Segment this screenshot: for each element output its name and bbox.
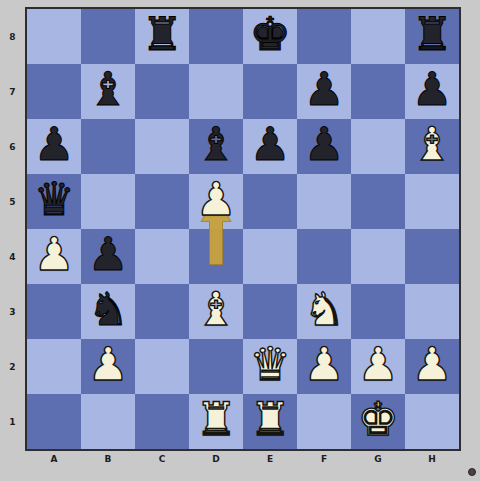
square-c7[interactable] <box>135 64 189 119</box>
square-g2[interactable]: ♟ <box>351 339 405 394</box>
piece-black-pawn[interactable]: ♟ <box>27 117 81 172</box>
chess-board: ♜♚♜♝♟♟♟♝♟♟♝♛♟♟♟♞♝♞♟♛♟♟♟♜♜♚ <box>25 7 461 451</box>
file-label-f: F <box>297 451 351 467</box>
piece-black-queen[interactable]: ♛ <box>27 172 81 227</box>
piece-black-bishop[interactable]: ♝ <box>189 117 243 172</box>
square-b6[interactable] <box>81 119 135 174</box>
piece-black-pawn[interactable]: ♟ <box>81 227 135 282</box>
board-grid: ♜♚♜♝♟♟♟♝♟♟♝♛♟♟♟♞♝♞♟♛♟♟♟♜♜♚ <box>27 9 459 449</box>
square-b4[interactable]: ♟ <box>81 229 135 284</box>
square-f3[interactable]: ♞ <box>297 284 351 339</box>
square-h2[interactable]: ♟ <box>405 339 459 394</box>
square-c3[interactable] <box>135 284 189 339</box>
file-label-a: A <box>27 451 81 467</box>
piece-white-knight[interactable]: ♞ <box>297 282 351 337</box>
square-g1[interactable]: ♚ <box>351 394 405 449</box>
square-d5[interactable]: ♟ <box>189 174 243 229</box>
square-b3[interactable]: ♞ <box>81 284 135 339</box>
square-d2[interactable] <box>189 339 243 394</box>
piece-white-rook[interactable]: ♜ <box>189 392 243 447</box>
square-g8[interactable] <box>351 9 405 64</box>
piece-white-queen[interactable]: ♛ <box>243 337 297 392</box>
square-h5[interactable] <box>405 174 459 229</box>
square-b5[interactable] <box>81 174 135 229</box>
file-label-d: D <box>189 451 243 467</box>
square-h6[interactable]: ♝ <box>405 119 459 174</box>
piece-black-pawn[interactable]: ♟ <box>405 62 459 117</box>
square-h7[interactable]: ♟ <box>405 64 459 119</box>
square-g5[interactable] <box>351 174 405 229</box>
square-f8[interactable] <box>297 9 351 64</box>
square-e7[interactable] <box>243 64 297 119</box>
file-labels: ABCDEFGH <box>27 451 459 467</box>
square-e1[interactable]: ♜ <box>243 394 297 449</box>
square-b2[interactable]: ♟ <box>81 339 135 394</box>
piece-white-bishop[interactable]: ♝ <box>405 117 459 172</box>
rank-label-4: 4 <box>0 229 25 284</box>
rank-label-5: 5 <box>0 174 25 229</box>
square-a8[interactable] <box>27 9 81 64</box>
square-e2[interactable]: ♛ <box>243 339 297 394</box>
square-c6[interactable] <box>135 119 189 174</box>
square-a1[interactable] <box>27 394 81 449</box>
square-f6[interactable]: ♟ <box>297 119 351 174</box>
file-label-e: E <box>243 451 297 467</box>
square-d1[interactable]: ♜ <box>189 394 243 449</box>
piece-black-pawn[interactable]: ♟ <box>297 117 351 172</box>
square-g4[interactable] <box>351 229 405 284</box>
square-e5[interactable] <box>243 174 297 229</box>
piece-black-rook[interactable]: ♜ <box>135 7 189 62</box>
piece-white-pawn[interactable]: ♟ <box>405 337 459 392</box>
file-label-g: G <box>351 451 405 467</box>
file-label-c: C <box>135 451 189 467</box>
rank-label-7: 7 <box>0 64 25 119</box>
square-b8[interactable] <box>81 9 135 64</box>
piece-black-pawn[interactable]: ♟ <box>297 62 351 117</box>
square-d4[interactable] <box>189 229 243 284</box>
square-f1[interactable] <box>297 394 351 449</box>
chess-app-window: 87654321 ♜♚♜♝♟♟♟♝♟♟♝♛♟♟♟♞♝♞♟♛♟♟♟♜♜♚ ABCD… <box>0 0 480 481</box>
square-e3[interactable] <box>243 284 297 339</box>
square-a7[interactable] <box>27 64 81 119</box>
rank-label-8: 8 <box>0 9 25 64</box>
square-h3[interactable] <box>405 284 459 339</box>
piece-black-pawn[interactable]: ♟ <box>243 117 297 172</box>
rank-label-6: 6 <box>0 119 25 174</box>
square-a3[interactable] <box>27 284 81 339</box>
piece-black-bishop[interactable]: ♝ <box>81 62 135 117</box>
square-a2[interactable] <box>27 339 81 394</box>
square-e6[interactable]: ♟ <box>243 119 297 174</box>
square-f4[interactable] <box>297 229 351 284</box>
square-a5[interactable]: ♛ <box>27 174 81 229</box>
square-f7[interactable]: ♟ <box>297 64 351 119</box>
square-c4[interactable] <box>135 229 189 284</box>
square-d7[interactable] <box>189 64 243 119</box>
rank-label-1: 1 <box>0 394 25 449</box>
piece-white-king[interactable]: ♚ <box>351 392 405 447</box>
corner-dot-icon <box>468 468 476 476</box>
piece-black-rook[interactable]: ♜ <box>405 7 459 62</box>
piece-white-pawn[interactable]: ♟ <box>297 337 351 392</box>
square-b7[interactable]: ♝ <box>81 64 135 119</box>
square-c1[interactable] <box>135 394 189 449</box>
file-label-h: H <box>405 451 459 467</box>
rank-label-2: 2 <box>0 339 25 394</box>
piece-white-rook[interactable]: ♜ <box>243 392 297 447</box>
piece-white-pawn[interactable]: ♟ <box>351 337 405 392</box>
piece-white-pawn[interactable]: ♟ <box>81 337 135 392</box>
piece-black-king[interactable]: ♚ <box>243 7 297 62</box>
rank-label-3: 3 <box>0 284 25 339</box>
square-g3[interactable] <box>351 284 405 339</box>
square-e8[interactable]: ♚ <box>243 9 297 64</box>
square-d6[interactable]: ♝ <box>189 119 243 174</box>
piece-white-pawn[interactable]: ♟ <box>189 172 243 227</box>
square-d3[interactable]: ♝ <box>189 284 243 339</box>
piece-white-pawn[interactable]: ♟ <box>27 227 81 282</box>
square-g7[interactable] <box>351 64 405 119</box>
piece-white-bishop[interactable]: ♝ <box>189 282 243 337</box>
square-e4[interactable] <box>243 229 297 284</box>
square-f5[interactable] <box>297 174 351 229</box>
square-c5[interactable] <box>135 174 189 229</box>
file-label-b: B <box>81 451 135 467</box>
square-f2[interactable]: ♟ <box>297 339 351 394</box>
square-h1[interactable] <box>405 394 459 449</box>
square-h4[interactable] <box>405 229 459 284</box>
square-b1[interactable] <box>81 394 135 449</box>
square-a4[interactable]: ♟ <box>27 229 81 284</box>
piece-black-knight[interactable]: ♞ <box>81 282 135 337</box>
square-a6[interactable]: ♟ <box>27 119 81 174</box>
square-g6[interactable] <box>351 119 405 174</box>
square-h8[interactable]: ♜ <box>405 9 459 64</box>
square-c2[interactable] <box>135 339 189 394</box>
square-c8[interactable]: ♜ <box>135 9 189 64</box>
rank-labels: 87654321 <box>0 9 25 449</box>
square-d8[interactable] <box>189 9 243 64</box>
